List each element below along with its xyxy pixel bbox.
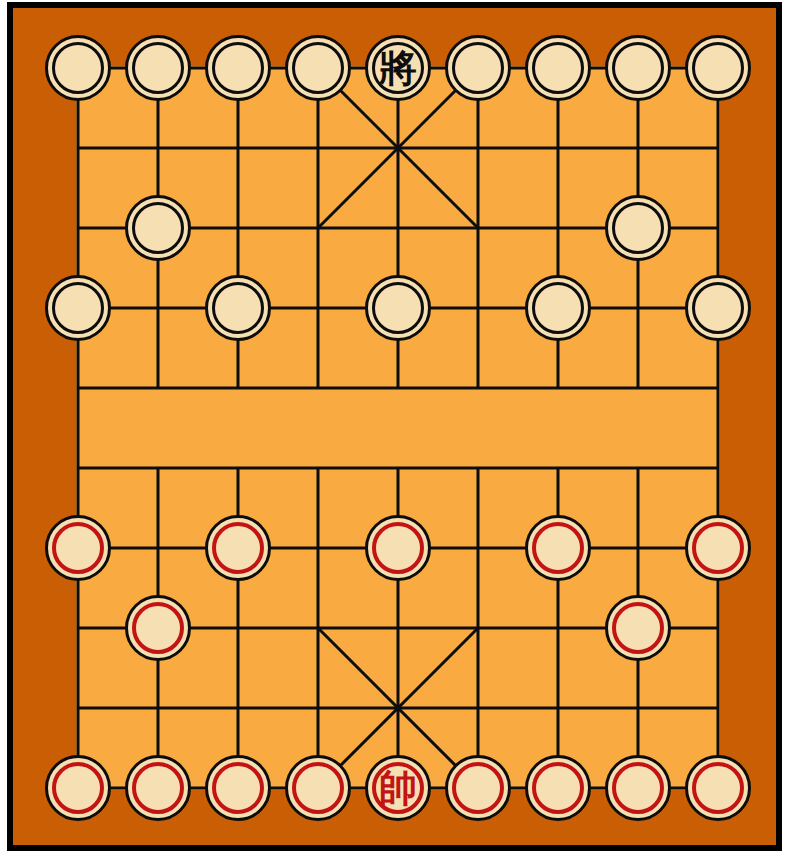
piece-inner-ring — [52, 42, 104, 94]
piece-inner-ring — [132, 602, 184, 654]
piece-red-cannon[interactable] — [125, 595, 191, 661]
piece-inner-ring — [612, 202, 664, 254]
piece-inner-ring — [372, 282, 424, 334]
piece-black-soldier[interactable] — [685, 275, 751, 341]
piece-inner-ring — [52, 282, 104, 334]
piece-inner-ring — [532, 522, 584, 574]
black-general-glyph: 將 — [379, 49, 417, 87]
piece-black-general[interactable]: 將 — [365, 35, 431, 101]
piece-red-soldier[interactable] — [365, 515, 431, 581]
piece-red-general[interactable]: 帥 — [365, 755, 431, 821]
piece-inner-ring — [612, 762, 664, 814]
piece-inner-ring — [212, 762, 264, 814]
piece-black-advisor[interactable] — [285, 35, 351, 101]
piece-inner-ring — [132, 762, 184, 814]
piece-black-cannon[interactable] — [125, 195, 191, 261]
piece-red-horse[interactable] — [125, 755, 191, 821]
piece-inner-ring — [132, 42, 184, 94]
piece-red-soldier[interactable] — [685, 515, 751, 581]
piece-black-soldier[interactable] — [45, 275, 111, 341]
piece-red-elephant[interactable] — [205, 755, 271, 821]
piece-red-cannon[interactable] — [605, 595, 671, 661]
piece-black-soldier[interactable] — [205, 275, 271, 341]
piece-inner-ring — [372, 522, 424, 574]
piece-red-rook[interactable] — [45, 755, 111, 821]
piece-red-advisor[interactable] — [285, 755, 351, 821]
piece-red-soldier[interactable] — [525, 515, 591, 581]
piece-black-horse[interactable] — [605, 35, 671, 101]
piece-black-soldier[interactable] — [525, 275, 591, 341]
piece-inner-ring — [612, 602, 664, 654]
red-general-glyph: 帥 — [379, 769, 417, 807]
piece-inner-ring — [692, 522, 744, 574]
piece-inner-ring — [452, 762, 504, 814]
piece-black-advisor[interactable] — [445, 35, 511, 101]
piece-black-elephant[interactable] — [205, 35, 271, 101]
piece-black-elephant[interactable] — [525, 35, 591, 101]
piece-red-soldier[interactable] — [45, 515, 111, 581]
piece-black-horse[interactable] — [125, 35, 191, 101]
piece-black-rook[interactable] — [685, 35, 751, 101]
piece-inner-ring — [52, 522, 104, 574]
piece-inner-ring — [132, 202, 184, 254]
piece-inner-ring — [452, 42, 504, 94]
piece-inner-ring — [52, 762, 104, 814]
piece-inner-ring — [292, 42, 344, 94]
piece-inner-ring — [532, 282, 584, 334]
piece-inner-ring — [532, 42, 584, 94]
piece-inner-ring — [532, 762, 584, 814]
piece-inner-ring — [612, 42, 664, 94]
pieces-layer: 將帥 — [0, 0, 785, 854]
piece-inner-ring — [212, 282, 264, 334]
piece-red-soldier[interactable] — [205, 515, 271, 581]
piece-black-rook[interactable] — [45, 35, 111, 101]
piece-black-soldier[interactable] — [365, 275, 431, 341]
piece-black-cannon[interactable] — [605, 195, 671, 261]
piece-inner-ring — [212, 522, 264, 574]
piece-inner-ring — [692, 762, 744, 814]
piece-inner-ring — [692, 282, 744, 334]
piece-red-horse[interactable] — [605, 755, 671, 821]
piece-inner-ring — [212, 42, 264, 94]
piece-red-rook[interactable] — [685, 755, 751, 821]
piece-inner-ring — [292, 762, 344, 814]
piece-inner-ring — [692, 42, 744, 94]
piece-red-advisor[interactable] — [445, 755, 511, 821]
xiangqi-board: 將帥 — [0, 0, 785, 854]
piece-red-elephant[interactable] — [525, 755, 591, 821]
